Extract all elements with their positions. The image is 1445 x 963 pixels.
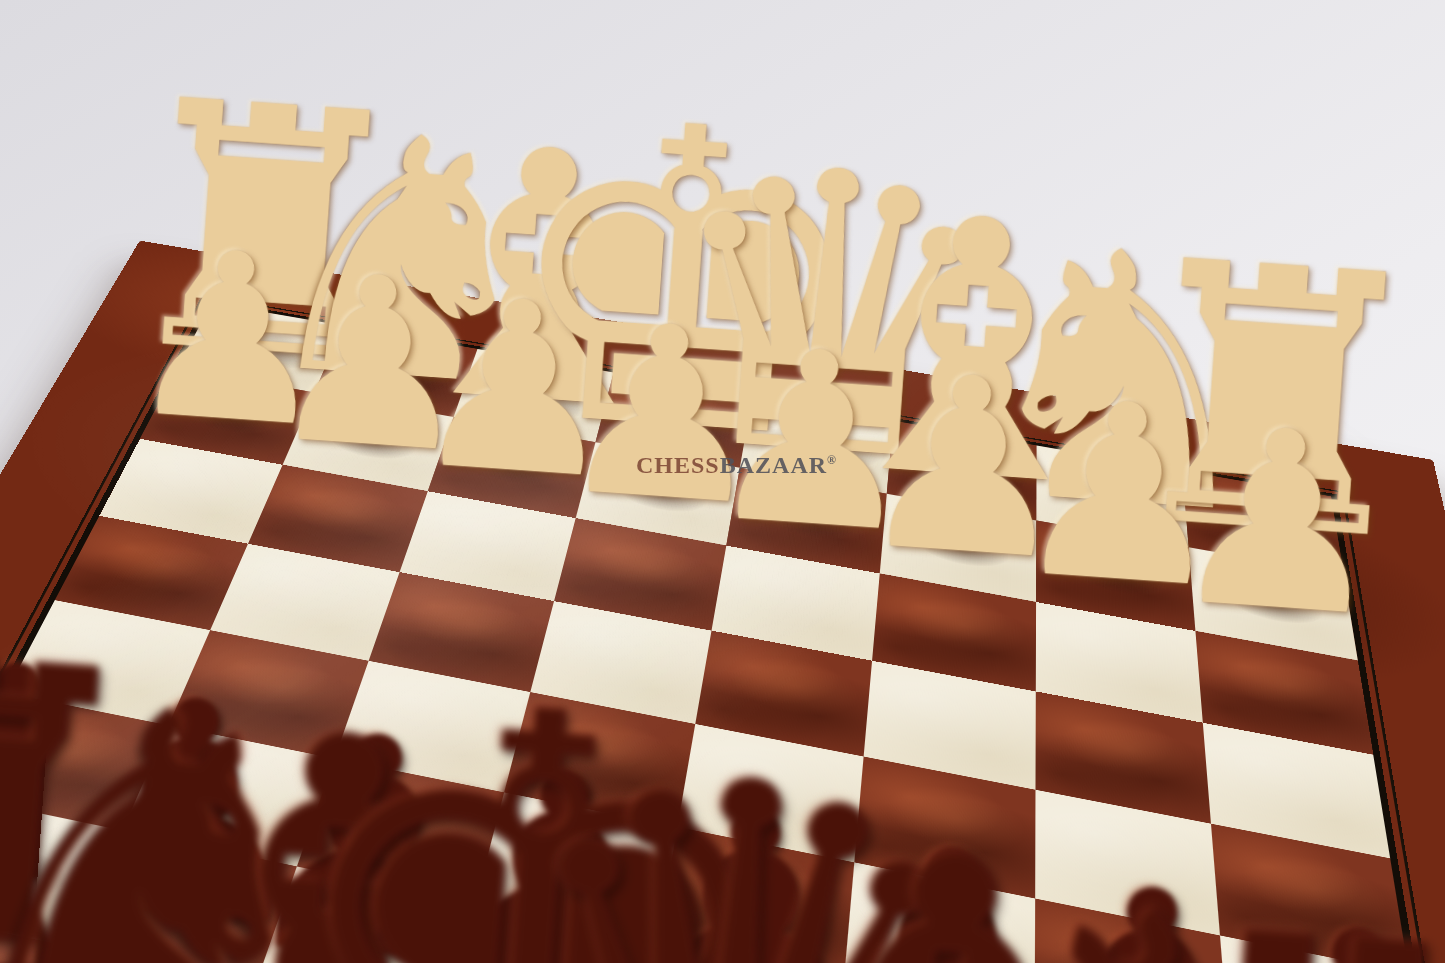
piece-shadow [453, 440, 586, 503]
square-c3 [872, 574, 1036, 692]
piece-shadow [889, 436, 1058, 518]
square-h1: ♜ [177, 303, 343, 392]
piece-white-bishop-f1: ♝ [376, 97, 708, 462]
square-a3 [1195, 631, 1373, 755]
piece-shadow [181, 317, 356, 391]
piece-white-pawn-d2: ♟ [699, 314, 929, 567]
pinstripe-frame: ♜♞♝♚♛♝♞♜♟♟♟♟♟♟♟♟♟♟♟♟♟♟♟♟♜♞♝♚♛♝♞♜ [0, 295, 1445, 963]
piece-shadow [167, 390, 303, 450]
playing-area: ♜♞♝♚♛♝♞♜♟♟♟♟♟♟♟♟♟♟♟♟♟♟♟♟♜♞♝♚♛♝♞♜ [0, 300, 1445, 963]
square-b2: ♟ [1036, 520, 1195, 631]
square-d1: ♛ [740, 396, 893, 493]
piece-white-king-e1: ♚ [486, 63, 884, 500]
piece-shadow [1213, 573, 1352, 643]
piece-shadow [1186, 487, 1366, 573]
piece-white-pawn-f2: ♟ [405, 264, 631, 512]
piece-shadow [1038, 461, 1210, 545]
square-f1: ♝ [454, 349, 614, 442]
piece-red-rook-a8: ♜ [1128, 864, 1445, 963]
watermark-text-chess: CHESS [636, 452, 720, 478]
square-d2: ♟ [726, 468, 886, 574]
piece-white-pawn-a2: ♟ [1162, 392, 1399, 652]
piece-white-pawn-e2: ♟ [551, 289, 779, 540]
piece-white-knight-b1: ♞ [956, 198, 1289, 564]
piece-white-bishop-c1: ♝ [804, 165, 1145, 540]
square-a1: ♜ [1182, 471, 1343, 575]
square-b3 [1036, 602, 1203, 723]
square-g2: ♟ [283, 392, 454, 491]
photo-scene: ♜♞♝♚♛♝♞♜♟♟♟♟♟♟♟♟♟♟♟♟♟♟♟♟♜♞♝♚♛♝♞♜ CHESSBA… [0, 0, 1445, 963]
piece-white-pawn-b2: ♟ [1005, 366, 1239, 624]
piece-shadow [750, 492, 881, 558]
square-f2: ♟ [428, 417, 596, 518]
piece-white-pawn-c2: ♟ [851, 340, 1083, 595]
watermark-text-bazaar: BAZAAR [720, 452, 827, 478]
piece-white-knight-g1: ♞ [243, 85, 561, 435]
square-c2: ♟ [880, 494, 1037, 602]
square-a2: ♟ [1189, 547, 1358, 660]
piece-white-rook-h1: ♜ [103, 54, 429, 413]
perspective-wrapper: ♜♞♝♚♛♝♞♜♟♟♟♟♟♟♟♟♟♟♟♟♟♟♟♟♜♞♝♚♛♝♞♜ [0, 0, 1445, 963]
square-g1: ♞ [314, 326, 477, 417]
square-c1: ♝ [887, 421, 1037, 521]
piece-shadow [309, 415, 444, 477]
square-h3 [99, 439, 282, 544]
chess-board: ♜♞♝♚♛♝♞♜♟♟♟♟♟♟♟♟♟♟♟♟♟♟♟♟♜♞♝♚♛♝♞♜ [0, 241, 1445, 963]
piece-white-pawn-h2: ♟ [120, 217, 342, 461]
registered-mark-icon: ® [827, 453, 837, 467]
square-h2: ♟ [140, 368, 314, 465]
square-g3 [248, 465, 428, 572]
square-b1: ♞ [1036, 446, 1188, 548]
piece-shadow [457, 363, 630, 440]
piece-white-pawn-g2: ♟ [261, 240, 485, 486]
watermark-chessbazaar: CHESSBAZAAR® [636, 452, 837, 479]
piece-shadow [1058, 546, 1190, 615]
piece-shadow [903, 519, 1033, 586]
piece-shadow [318, 340, 492, 416]
piece-white-rook-a1: ♜ [1102, 212, 1445, 594]
